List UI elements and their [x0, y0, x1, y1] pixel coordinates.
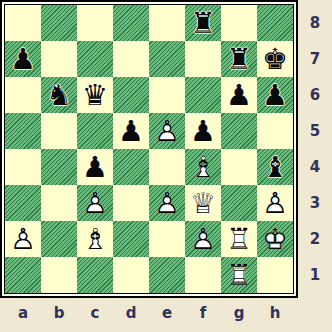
black-knight-b6[interactable]: ♞ — [41, 77, 77, 113]
square-g2[interactable]: ♖ — [221, 221, 257, 257]
square-d6[interactable] — [113, 77, 149, 113]
rank-label-1: 1 — [298, 257, 332, 293]
square-c6[interactable]: ♛ — [77, 77, 113, 113]
black-rook-g7[interactable]: ♜ — [221, 41, 257, 77]
square-e1[interactable] — [149, 257, 185, 293]
black-king-h7[interactable]: ♚ — [257, 41, 293, 77]
black-rook-f8[interactable]: ♜ — [185, 5, 221, 41]
black-queen-c6[interactable]: ♛ — [77, 77, 113, 113]
chess-diagram: ♜♟♜♚♞♛♟♟♟♙♟♟♗♝♙♙♕♙♙♗♙♖♔♖ 87654321 abcdef… — [0, 0, 332, 332]
square-d8[interactable] — [113, 5, 149, 41]
square-e7[interactable] — [149, 41, 185, 77]
white-queen-f3[interactable]: ♕ — [185, 185, 221, 221]
black-bishop-h4[interactable]: ♝ — [257, 149, 293, 185]
square-e6[interactable] — [149, 77, 185, 113]
square-e5[interactable]: ♙ — [149, 113, 185, 149]
square-h7[interactable]: ♚ — [257, 41, 293, 77]
black-pawn-g6[interactable]: ♟ — [221, 77, 257, 113]
square-c2[interactable]: ♗ — [77, 221, 113, 257]
square-b8[interactable] — [41, 5, 77, 41]
rank-label-4: 4 — [298, 149, 332, 185]
square-g7[interactable]: ♜ — [221, 41, 257, 77]
square-f2[interactable]: ♙ — [185, 221, 221, 257]
white-pawn-c3[interactable]: ♙ — [77, 185, 113, 221]
square-b5[interactable] — [41, 113, 77, 149]
square-a5[interactable] — [5, 113, 41, 149]
square-b2[interactable] — [41, 221, 77, 257]
square-g6[interactable]: ♟ — [221, 77, 257, 113]
black-pawn-h6[interactable]: ♟ — [257, 77, 293, 113]
square-f4[interactable]: ♗ — [185, 149, 221, 185]
square-h4[interactable]: ♝ — [257, 149, 293, 185]
square-f1[interactable] — [185, 257, 221, 293]
square-a6[interactable] — [5, 77, 41, 113]
square-h1[interactable] — [257, 257, 293, 293]
square-d3[interactable] — [113, 185, 149, 221]
square-b7[interactable] — [41, 41, 77, 77]
file-label-g: g — [221, 298, 257, 332]
square-c3[interactable]: ♙ — [77, 185, 113, 221]
square-h8[interactable] — [257, 5, 293, 41]
file-labels: abcdefgh — [0, 298, 298, 332]
square-h5[interactable] — [257, 113, 293, 149]
rank-label-3: 3 — [298, 185, 332, 221]
square-a4[interactable] — [5, 149, 41, 185]
board-frame-inner: ♜♟♜♚♞♛♟♟♟♙♟♟♗♝♙♙♕♙♙♗♙♖♔♖ — [4, 4, 294, 294]
square-c5[interactable] — [77, 113, 113, 149]
white-bishop-f4[interactable]: ♗ — [185, 149, 221, 185]
square-c8[interactable] — [77, 5, 113, 41]
square-g4[interactable] — [221, 149, 257, 185]
chess-board: ♜♟♜♚♞♛♟♟♟♙♟♟♗♝♙♙♕♙♙♗♙♖♔♖ — [5, 5, 293, 293]
rank-label-6: 6 — [298, 77, 332, 113]
square-g5[interactable] — [221, 113, 257, 149]
black-pawn-f5[interactable]: ♟ — [185, 113, 221, 149]
square-e2[interactable] — [149, 221, 185, 257]
square-b3[interactable] — [41, 185, 77, 221]
square-a7[interactable]: ♟ — [5, 41, 41, 77]
square-d5[interactable]: ♟ — [113, 113, 149, 149]
square-f5[interactable]: ♟ — [185, 113, 221, 149]
square-e4[interactable] — [149, 149, 185, 185]
white-pawn-f2[interactable]: ♙ — [185, 221, 221, 257]
board-frame-pinstripe: ♜♟♜♚♞♛♟♟♟♙♟♟♗♝♙♙♕♙♙♗♙♖♔♖ — [2, 2, 296, 296]
rank-label-8: 8 — [298, 5, 332, 41]
square-f3[interactable]: ♕ — [185, 185, 221, 221]
black-pawn-c4[interactable]: ♟ — [77, 149, 113, 185]
square-d4[interactable] — [113, 149, 149, 185]
black-pawn-d5[interactable]: ♟ — [113, 113, 149, 149]
file-label-c: c — [77, 298, 113, 332]
square-f8[interactable]: ♜ — [185, 5, 221, 41]
file-label-h: h — [257, 298, 293, 332]
square-h6[interactable]: ♟ — [257, 77, 293, 113]
square-g1[interactable]: ♖ — [221, 257, 257, 293]
file-label-f: f — [185, 298, 221, 332]
square-c7[interactable] — [77, 41, 113, 77]
white-bishop-c2[interactable]: ♗ — [77, 221, 113, 257]
square-b1[interactable] — [41, 257, 77, 293]
square-g3[interactable] — [221, 185, 257, 221]
rank-label-7: 7 — [298, 41, 332, 77]
square-d2[interactable] — [113, 221, 149, 257]
white-pawn-e5[interactable]: ♙ — [149, 113, 185, 149]
file-label-b: b — [41, 298, 77, 332]
square-b6[interactable]: ♞ — [41, 77, 77, 113]
square-e8[interactable] — [149, 5, 185, 41]
white-pawn-h3[interactable]: ♙ — [257, 185, 293, 221]
square-d7[interactable] — [113, 41, 149, 77]
square-a3[interactable] — [5, 185, 41, 221]
square-a1[interactable] — [5, 257, 41, 293]
black-pawn-a7[interactable]: ♟ — [5, 41, 41, 77]
square-f6[interactable] — [185, 77, 221, 113]
white-pawn-a2[interactable]: ♙ — [5, 221, 41, 257]
square-f7[interactable] — [185, 41, 221, 77]
white-pawn-e3[interactable]: ♙ — [149, 185, 185, 221]
square-c1[interactable] — [77, 257, 113, 293]
square-e3[interactable]: ♙ — [149, 185, 185, 221]
white-rook-g1[interactable]: ♖ — [221, 257, 257, 293]
white-rook-g2[interactable]: ♖ — [221, 221, 257, 257]
file-label-d: d — [113, 298, 149, 332]
rank-labels: 87654321 — [298, 0, 332, 298]
board-frame: ♜♟♜♚♞♛♟♟♟♙♟♟♗♝♙♙♕♙♙♗♙♖♔♖ — [0, 0, 298, 298]
file-label-a: a — [5, 298, 41, 332]
square-a8[interactable] — [5, 5, 41, 41]
square-b4[interactable] — [41, 149, 77, 185]
square-h2[interactable]: ♔ — [257, 221, 293, 257]
rank-label-5: 5 — [298, 113, 332, 149]
square-g8[interactable] — [221, 5, 257, 41]
white-king-h2[interactable]: ♔ — [257, 221, 293, 257]
rank-label-2: 2 — [298, 221, 332, 257]
square-h3[interactable]: ♙ — [257, 185, 293, 221]
file-label-e: e — [149, 298, 185, 332]
square-a2[interactable]: ♙ — [5, 221, 41, 257]
square-c4[interactable]: ♟ — [77, 149, 113, 185]
square-d1[interactable] — [113, 257, 149, 293]
